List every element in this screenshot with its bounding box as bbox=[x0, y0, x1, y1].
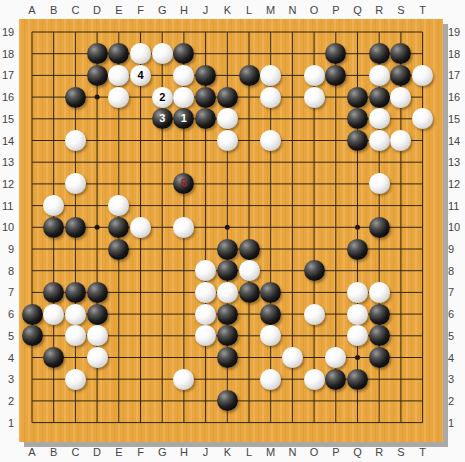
white-stone[interactable] bbox=[369, 130, 390, 151]
coordinate-label: S bbox=[397, 447, 404, 458]
coordinate-label: L bbox=[246, 447, 252, 458]
white-stone[interactable] bbox=[173, 369, 194, 390]
coordinate-label: 1 bbox=[448, 417, 454, 428]
coordinate-label: D bbox=[93, 447, 101, 458]
black-stone[interactable] bbox=[195, 65, 216, 86]
coordinate-label: 3 bbox=[448, 374, 454, 385]
coordinate-label: 7 bbox=[448, 287, 454, 298]
coordinate-label: T bbox=[419, 5, 426, 16]
black-stone[interactable] bbox=[217, 260, 238, 281]
white-stone[interactable] bbox=[195, 282, 216, 303]
move-number-label: 4 bbox=[137, 70, 143, 81]
coordinate-label: E bbox=[115, 447, 122, 458]
white-stone[interactable] bbox=[87, 325, 108, 346]
coordinate-label: 15 bbox=[2, 113, 14, 124]
white-stone[interactable] bbox=[369, 173, 390, 194]
black-stone[interactable] bbox=[87, 65, 108, 86]
coordinate-label: B bbox=[50, 5, 57, 16]
white-stone[interactable] bbox=[108, 87, 129, 108]
white-stone[interactable] bbox=[217, 282, 238, 303]
white-stone[interactable] bbox=[304, 304, 325, 325]
go-app-window: ABCDEFGHJKLMNOPQRST ABCDEFGHJKLMNOPQRST … bbox=[0, 0, 465, 462]
black-stone[interactable] bbox=[87, 282, 108, 303]
white-stone[interactable] bbox=[304, 369, 325, 390]
black-stone[interactable] bbox=[217, 304, 238, 325]
black-stone[interactable] bbox=[108, 239, 129, 260]
black-stone[interactable] bbox=[108, 217, 129, 238]
white-stone[interactable] bbox=[260, 87, 281, 108]
coordinate-label: E bbox=[115, 5, 122, 16]
coordinate-label: O bbox=[310, 5, 319, 16]
coordinate-label: 19 bbox=[2, 27, 14, 38]
black-stone[interactable] bbox=[369, 325, 390, 346]
coordinate-label: Q bbox=[353, 447, 362, 458]
coordinate-label: 2 bbox=[8, 395, 14, 406]
black-stone[interactable] bbox=[87, 43, 108, 64]
white-stone[interactable] bbox=[217, 108, 238, 129]
black-stone[interactable] bbox=[43, 282, 64, 303]
coordinate-label: 17 bbox=[448, 70, 460, 81]
white-stone[interactable] bbox=[260, 65, 281, 86]
white-stone[interactable] bbox=[304, 65, 325, 86]
white-stone[interactable] bbox=[304, 87, 325, 108]
coordinate-label: 2 bbox=[448, 395, 454, 406]
coordinate-label: 10 bbox=[2, 222, 14, 233]
white-stone[interactable] bbox=[195, 304, 216, 325]
coordinate-label: G bbox=[158, 447, 167, 458]
black-stone[interactable] bbox=[239, 239, 260, 260]
white-stone[interactable] bbox=[347, 282, 368, 303]
black-stone[interactable] bbox=[239, 282, 260, 303]
coordinate-label: 18 bbox=[2, 48, 14, 59]
coordinate-label: 6 bbox=[8, 309, 14, 320]
black-stone[interactable] bbox=[195, 87, 216, 108]
white-stone[interactable] bbox=[369, 65, 390, 86]
white-stone[interactable] bbox=[65, 130, 86, 151]
go-board[interactable]: 31542 bbox=[19, 19, 443, 442]
black-stone[interactable] bbox=[347, 369, 368, 390]
white-stone[interactable] bbox=[412, 65, 433, 86]
white-stone[interactable] bbox=[173, 87, 194, 108]
black-stone[interactable] bbox=[22, 325, 43, 346]
coordinate-label: 13 bbox=[448, 157, 460, 168]
star-point bbox=[95, 95, 100, 100]
coordinate-label: S bbox=[397, 5, 404, 16]
coordinate-label: 9 bbox=[448, 244, 454, 255]
black-stone[interactable] bbox=[65, 217, 86, 238]
white-stone[interactable] bbox=[369, 108, 390, 129]
white-stone[interactable] bbox=[87, 347, 108, 368]
white-stone[interactable] bbox=[130, 217, 151, 238]
coordinate-label: B bbox=[50, 447, 57, 458]
white-stone[interactable] bbox=[43, 304, 64, 325]
black-stone[interactable] bbox=[325, 369, 346, 390]
coordinate-label: K bbox=[224, 5, 231, 16]
coordinate-label: F bbox=[137, 447, 144, 458]
coordinate-label: 11 bbox=[448, 200, 459, 211]
black-stone[interactable] bbox=[369, 87, 390, 108]
white-stone[interactable]: 4 bbox=[130, 65, 151, 86]
star-point bbox=[355, 355, 360, 360]
black-stone[interactable] bbox=[347, 87, 368, 108]
coordinate-label: G bbox=[158, 5, 167, 16]
coordinate-label: 14 bbox=[448, 135, 460, 146]
coordinate-label: 12 bbox=[448, 178, 460, 189]
coordinate-label: 15 bbox=[448, 113, 460, 124]
white-stone[interactable] bbox=[390, 87, 411, 108]
star-point bbox=[355, 225, 360, 230]
black-stone[interactable] bbox=[347, 239, 368, 260]
black-stone[interactable] bbox=[65, 282, 86, 303]
coordinate-label: 12 bbox=[2, 178, 14, 189]
coordinate-label: R bbox=[375, 447, 383, 458]
black-stone[interactable] bbox=[369, 304, 390, 325]
coordinate-label: A bbox=[28, 5, 35, 16]
white-stone[interactable] bbox=[282, 347, 303, 368]
coordinate-label: K bbox=[224, 447, 231, 458]
coordinate-label: H bbox=[180, 5, 188, 16]
coordinate-label: A bbox=[28, 447, 35, 458]
move-number-label: 3 bbox=[159, 113, 165, 124]
black-stone[interactable] bbox=[87, 304, 108, 325]
black-stone[interactable] bbox=[217, 239, 238, 260]
coordinate-label: 3 bbox=[8, 374, 14, 385]
coordinate-label: M bbox=[266, 447, 275, 458]
coordinate-label: 6 bbox=[448, 309, 454, 320]
move-number-label: 1 bbox=[181, 113, 187, 124]
black-stone[interactable]: 3 bbox=[152, 108, 173, 129]
white-stone[interactable] bbox=[65, 304, 86, 325]
coordinate-label: 4 bbox=[8, 352, 14, 363]
black-stone[interactable] bbox=[239, 65, 260, 86]
coordinate-label: 13 bbox=[2, 157, 14, 168]
coordinate-label: 10 bbox=[448, 222, 460, 233]
coordinate-label: 5 bbox=[8, 330, 14, 341]
black-stone[interactable] bbox=[260, 282, 281, 303]
coordinate-label: 17 bbox=[2, 70, 14, 81]
coordinate-label: O bbox=[310, 447, 319, 458]
coordinate-label: H bbox=[180, 447, 188, 458]
black-stone[interactable] bbox=[22, 304, 43, 325]
coordinate-label: R bbox=[375, 5, 383, 16]
white-stone[interactable] bbox=[347, 304, 368, 325]
move-number-label: 5 bbox=[181, 178, 187, 189]
coordinate-label: L bbox=[246, 5, 252, 16]
black-stone[interactable] bbox=[369, 43, 390, 64]
coordinate-label: N bbox=[288, 447, 296, 458]
black-stone[interactable] bbox=[369, 347, 390, 368]
coordinate-label: D bbox=[93, 5, 101, 16]
coordinate-label: J bbox=[203, 5, 209, 16]
black-stone[interactable] bbox=[217, 87, 238, 108]
coordinate-label: 8 bbox=[8, 265, 14, 276]
white-stone[interactable]: 2 bbox=[152, 87, 173, 108]
coordinate-label: C bbox=[71, 5, 79, 16]
coordinate-label: F bbox=[137, 5, 144, 16]
white-stone[interactable] bbox=[260, 369, 281, 390]
coordinate-label: 9 bbox=[8, 244, 14, 255]
star-point bbox=[95, 225, 100, 230]
coordinate-label: 5 bbox=[448, 330, 454, 341]
black-stone[interactable] bbox=[260, 304, 281, 325]
coordinate-label: M bbox=[266, 5, 275, 16]
black-stone[interactable] bbox=[217, 347, 238, 368]
black-stone[interactable] bbox=[217, 325, 238, 346]
coordinate-label: 7 bbox=[8, 287, 14, 298]
coordinate-label: 1 bbox=[8, 417, 14, 428]
coordinate-label: 11 bbox=[2, 200, 13, 211]
coordinate-label: 8 bbox=[448, 265, 454, 276]
coordinate-label: P bbox=[332, 447, 339, 458]
coordinate-label: 16 bbox=[2, 92, 14, 103]
coordinate-label: C bbox=[71, 447, 79, 458]
coordinate-label: Q bbox=[353, 5, 362, 16]
white-stone[interactable] bbox=[217, 130, 238, 151]
coordinate-label: P bbox=[332, 5, 339, 16]
black-stone[interactable] bbox=[304, 260, 325, 281]
star-point bbox=[225, 225, 230, 230]
coordinate-label: 4 bbox=[448, 352, 454, 363]
white-stone[interactable] bbox=[152, 43, 173, 64]
coordinate-label: 14 bbox=[2, 135, 14, 146]
coordinate-label: J bbox=[203, 447, 209, 458]
black-stone[interactable] bbox=[43, 217, 64, 238]
coordinate-label: N bbox=[288, 5, 296, 16]
black-stone[interactable] bbox=[65, 87, 86, 108]
coordinate-label: 16 bbox=[448, 92, 460, 103]
black-stone[interactable] bbox=[369, 217, 390, 238]
black-stone[interactable] bbox=[347, 130, 368, 151]
move-number-label: 2 bbox=[159, 92, 165, 103]
coordinate-label: 18 bbox=[448, 48, 460, 59]
white-stone[interactable] bbox=[239, 260, 260, 281]
coordinate-label: 19 bbox=[448, 27, 460, 38]
white-stone[interactable] bbox=[65, 369, 86, 390]
coordinate-label: T bbox=[419, 447, 426, 458]
white-stone[interactable] bbox=[369, 282, 390, 303]
